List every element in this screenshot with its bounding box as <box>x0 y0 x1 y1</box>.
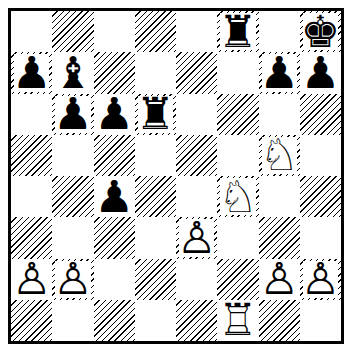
square-f2[interactable] <box>217 259 258 300</box>
square-h7[interactable]: ♟ <box>300 52 341 93</box>
square-g1[interactable] <box>259 300 300 341</box>
square-b5[interactable] <box>52 135 93 176</box>
square-b2[interactable]: ♙ <box>52 259 93 300</box>
square-e1[interactable] <box>176 300 217 341</box>
square-e4[interactable] <box>176 176 217 217</box>
piece-white-pawn: ♙ <box>176 217 217 258</box>
piece-white-pawn: ♙ <box>52 259 93 300</box>
square-c7[interactable] <box>94 52 135 93</box>
square-f1[interactable]: ♖ <box>217 300 258 341</box>
square-b3[interactable] <box>52 217 93 258</box>
square-c6[interactable]: ♟ <box>94 94 135 135</box>
square-c2[interactable] <box>94 259 135 300</box>
piece-white-pawn: ♙ <box>259 259 300 300</box>
square-d5[interactable] <box>135 135 176 176</box>
square-d1[interactable] <box>135 300 176 341</box>
piece-white-knight: ♘ <box>259 135 300 176</box>
square-h2[interactable]: ♙ <box>300 259 341 300</box>
square-f6[interactable] <box>217 94 258 135</box>
piece-white-pawn: ♙ <box>11 259 52 300</box>
square-h5[interactable] <box>300 135 341 176</box>
piece-black-pawn: ♟ <box>52 94 93 135</box>
square-e3[interactable]: ♙ <box>176 217 217 258</box>
square-c8[interactable] <box>94 11 135 52</box>
square-b7[interactable]: ♝ <box>52 52 93 93</box>
piece-black-pawn: ♟ <box>94 94 135 135</box>
square-c4[interactable]: ♟ <box>94 176 135 217</box>
square-g2[interactable]: ♙ <box>259 259 300 300</box>
square-b1[interactable] <box>52 300 93 341</box>
square-g3[interactable] <box>259 217 300 258</box>
square-d6[interactable]: ♜ <box>135 94 176 135</box>
piece-white-knight: ♘ <box>217 176 258 217</box>
square-h4[interactable] <box>300 176 341 217</box>
square-g7[interactable]: ♟ <box>259 52 300 93</box>
chess-board: ♜♚♟♝♟♟♟♟♜♘♟♘♙♙♙♙♙♖ <box>11 11 341 341</box>
square-c1[interactable] <box>94 300 135 341</box>
piece-black-king: ♚ <box>300 11 341 52</box>
square-d7[interactable] <box>135 52 176 93</box>
square-e2[interactable] <box>176 259 217 300</box>
square-h3[interactable] <box>300 217 341 258</box>
square-a8[interactable] <box>11 11 52 52</box>
square-g5[interactable]: ♘ <box>259 135 300 176</box>
piece-black-rook: ♜ <box>217 11 258 52</box>
square-a3[interactable] <box>11 217 52 258</box>
piece-black-pawn: ♟ <box>259 52 300 93</box>
square-d3[interactable] <box>135 217 176 258</box>
square-e8[interactable] <box>176 11 217 52</box>
square-f3[interactable] <box>217 217 258 258</box>
chess-board-frame: ♜♚♟♝♟♟♟♟♜♘♟♘♙♙♙♙♙♖ <box>8 8 344 344</box>
square-e5[interactable] <box>176 135 217 176</box>
square-a7[interactable]: ♟ <box>11 52 52 93</box>
square-h6[interactable] <box>300 94 341 135</box>
square-g4[interactable] <box>259 176 300 217</box>
square-a6[interactable] <box>11 94 52 135</box>
piece-black-pawn: ♟ <box>11 52 52 93</box>
piece-black-bishop: ♝ <box>52 52 93 93</box>
square-f8[interactable]: ♜ <box>217 11 258 52</box>
square-c5[interactable] <box>94 135 135 176</box>
square-b4[interactable] <box>52 176 93 217</box>
piece-black-rook: ♜ <box>135 94 176 135</box>
square-a5[interactable] <box>11 135 52 176</box>
square-a2[interactable]: ♙ <box>11 259 52 300</box>
square-d8[interactable] <box>135 11 176 52</box>
square-h1[interactable] <box>300 300 341 341</box>
square-d4[interactable] <box>135 176 176 217</box>
square-f5[interactable] <box>217 135 258 176</box>
square-f7[interactable] <box>217 52 258 93</box>
square-g6[interactable] <box>259 94 300 135</box>
square-c3[interactable] <box>94 217 135 258</box>
square-a4[interactable] <box>11 176 52 217</box>
piece-black-pawn: ♟ <box>94 176 135 217</box>
piece-black-pawn: ♟ <box>300 52 341 93</box>
square-h8[interactable]: ♚ <box>300 11 341 52</box>
piece-white-pawn: ♙ <box>300 259 341 300</box>
square-g8[interactable] <box>259 11 300 52</box>
square-d2[interactable] <box>135 259 176 300</box>
square-f4[interactable]: ♘ <box>217 176 258 217</box>
square-a1[interactable] <box>11 300 52 341</box>
square-b8[interactable] <box>52 11 93 52</box>
piece-white-rook: ♖ <box>217 300 258 341</box>
square-b6[interactable]: ♟ <box>52 94 93 135</box>
square-e6[interactable] <box>176 94 217 135</box>
square-e7[interactable] <box>176 52 217 93</box>
